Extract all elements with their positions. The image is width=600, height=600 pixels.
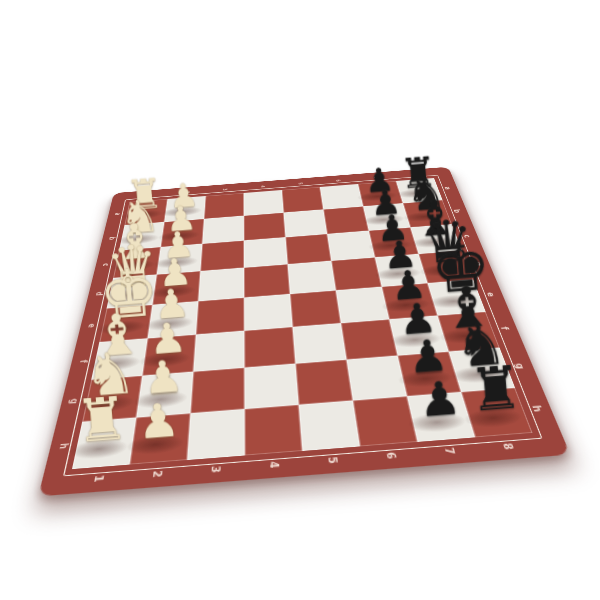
chess-set-photo: 1234567812345678abcdefghabcdefgh ♜♟♟♜♞♟♟…: [68, 72, 511, 515]
chess-board-mat: 1234567812345678abcdefghabcdefgh ♜♟♟♜♞♟♟…: [38, 167, 570, 497]
piece-black-pawn-h7: ♟: [410, 373, 470, 424]
piece-white-pawn-h2: ♟: [129, 395, 189, 446]
piece-white-rook-h1: ♜: [71, 387, 132, 450]
piece-black-rook-h8: ♜: [465, 356, 526, 419]
